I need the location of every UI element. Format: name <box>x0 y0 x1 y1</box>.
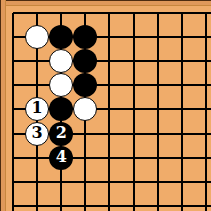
board-intersection <box>49 97 73 121</box>
board-intersection <box>49 194 73 211</box>
white-stone: 3 <box>25 122 49 146</box>
black-stone <box>73 25 97 49</box>
board-intersection: 3 <box>25 121 49 145</box>
board-intersection <box>121 73 145 97</box>
board-intersection <box>121 146 145 170</box>
board-intersection <box>194 97 211 121</box>
board-intersection <box>146 73 170 97</box>
board-frame-top <box>0 0 211 6</box>
board-intersection <box>194 121 211 145</box>
black-stone <box>49 25 73 49</box>
board-intersection <box>121 170 145 194</box>
board-intersection <box>170 121 194 145</box>
board-intersection <box>121 97 145 121</box>
board-intersection <box>97 97 121 121</box>
board-intersection <box>146 146 170 170</box>
board-intersection <box>73 25 97 49</box>
go-board: 1324 <box>1 1 211 211</box>
board-intersection <box>194 146 211 170</box>
board-intersection <box>146 25 170 49</box>
board-intersection <box>97 146 121 170</box>
board-intersection <box>49 25 73 49</box>
board-intersection: 2 <box>49 121 73 145</box>
board-intersection <box>121 49 145 73</box>
board-intersection <box>194 194 211 211</box>
board-intersection <box>73 170 97 194</box>
board-intersection <box>194 49 211 73</box>
board-intersection <box>25 170 49 194</box>
board-intersection <box>73 121 97 145</box>
white-stone <box>73 97 97 121</box>
board-intersection <box>25 194 49 211</box>
move-number: 3 <box>32 125 43 141</box>
board-intersection <box>170 146 194 170</box>
board-intersection <box>194 170 211 194</box>
black-stone: 2 <box>49 122 73 146</box>
board-intersection <box>73 194 97 211</box>
board-intersection <box>73 146 97 170</box>
board-intersection: 1 <box>25 97 49 121</box>
black-stone <box>49 97 73 121</box>
white-stone <box>25 25 49 49</box>
white-stone: 1 <box>25 97 49 121</box>
board-intersection <box>170 170 194 194</box>
board-intersection <box>170 73 194 97</box>
board-intersection <box>49 49 73 73</box>
board-intersection <box>97 49 121 73</box>
board-intersection <box>121 194 145 211</box>
board-intersection <box>194 25 211 49</box>
board-intersection <box>25 49 49 73</box>
board-intersection <box>73 49 97 73</box>
board-intersection <box>170 49 194 73</box>
board-intersection <box>170 97 194 121</box>
board-frame-left <box>0 0 6 211</box>
white-stone <box>49 73 73 97</box>
board-intersection <box>170 194 194 211</box>
move-number: 2 <box>56 125 67 141</box>
board-intersection <box>97 194 121 211</box>
board-intersection <box>146 49 170 73</box>
board-intersection <box>121 121 145 145</box>
move-number: 1 <box>32 100 43 116</box>
board-intersection <box>73 97 97 121</box>
board-intersection <box>97 73 121 97</box>
board-intersection <box>97 170 121 194</box>
board-intersection <box>121 25 145 49</box>
board-intersection <box>170 25 194 49</box>
board-intersection <box>49 73 73 97</box>
board-intersection <box>194 73 211 97</box>
board-intersection <box>73 73 97 97</box>
move-number: 4 <box>56 149 67 165</box>
board-intersection <box>146 194 170 211</box>
board-intersection <box>146 97 170 121</box>
black-stone <box>73 49 97 73</box>
board-intersection <box>146 121 170 145</box>
black-stone: 4 <box>49 146 73 170</box>
board-intersection: 4 <box>49 146 73 170</box>
board-intersection <box>25 146 49 170</box>
board-intersection <box>97 25 121 49</box>
board-intersection <box>25 25 49 49</box>
white-stone <box>49 49 73 73</box>
board-intersection <box>97 121 121 145</box>
board-intersection <box>146 170 170 194</box>
black-stone <box>73 73 97 97</box>
board-intersection <box>49 170 73 194</box>
board-intersection <box>25 73 49 97</box>
go-board-diagram: 1324 <box>0 0 211 211</box>
